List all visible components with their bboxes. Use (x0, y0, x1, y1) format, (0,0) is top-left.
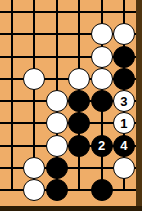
white-stone (113, 23, 135, 45)
intersection-c1-r4[interactable] (1, 68, 23, 90)
intersection-c2-r9[interactable] (23, 179, 45, 201)
intersection-c1-r2[interactable] (1, 23, 23, 45)
white-stone (23, 157, 45, 179)
intersection-c5-r6[interactable] (90, 112, 112, 134)
black-stone (113, 46, 135, 68)
board-right-border (136, 0, 142, 211)
intersection-c4-r3[interactable] (68, 45, 90, 67)
intersection-c3-r7[interactable] (46, 134, 68, 156)
intersection-c1-r5[interactable] (1, 90, 23, 112)
intersection-c3-r4[interactable] (46, 68, 68, 90)
intersection-c1-r9[interactable] (1, 179, 23, 201)
intersection-c4-r2[interactable] (68, 23, 90, 45)
intersection-c3-r6[interactable] (46, 112, 68, 134)
intersection-c3-r2[interactable] (46, 23, 68, 45)
intersection-c6-r7[interactable]: 4 (113, 134, 135, 156)
intersection-c2-r1[interactable] (23, 1, 45, 23)
board-bottom-border (0, 206, 142, 211)
intersection-c6-r9[interactable] (113, 179, 135, 201)
intersection-c4-r7[interactable] (68, 134, 90, 156)
go-board[interactable]: 3124 (0, 0, 142, 211)
intersection-c5-r9[interactable] (90, 179, 112, 201)
intersection-c3-r8[interactable] (46, 157, 68, 179)
intersection-c6-r8[interactable] (113, 157, 135, 179)
black-stone-move-2: 2 (91, 135, 113, 157)
intersection-c4-r9[interactable] (68, 179, 90, 201)
intersection-c1-r7[interactable] (1, 134, 23, 156)
black-stone (68, 135, 90, 157)
white-stone (23, 68, 45, 90)
intersection-c5-r3[interactable] (90, 45, 112, 67)
intersection-c4-r1[interactable] (68, 1, 90, 23)
black-stone (113, 68, 135, 90)
intersection-c6-r2[interactable] (113, 23, 135, 45)
intersection-c5-r2[interactable] (90, 23, 112, 45)
intersection-c5-r7[interactable]: 2 (90, 134, 112, 156)
white-stone (113, 157, 135, 179)
intersection-c6-r4[interactable] (113, 68, 135, 90)
black-stone (46, 157, 68, 179)
white-stone-move-1: 1 (113, 112, 135, 134)
move-number-label: 2 (98, 139, 105, 152)
intersection-c5-r1[interactable] (90, 1, 112, 23)
intersections-grid: 3124 (1, 1, 135, 201)
black-stone (91, 90, 113, 112)
intersection-c4-r4[interactable] (68, 68, 90, 90)
intersection-c4-r6[interactable] (68, 112, 90, 134)
move-number-label: 1 (120, 117, 127, 130)
intersection-c1-r1[interactable] (1, 1, 23, 23)
intersection-c2-r2[interactable] (23, 23, 45, 45)
intersection-c3-r9[interactable] (46, 179, 68, 201)
move-number-label: 3 (120, 95, 127, 108)
intersection-c2-r3[interactable] (23, 45, 45, 67)
intersection-c4-r8[interactable] (68, 157, 90, 179)
white-stone (46, 90, 68, 112)
intersection-c5-r4[interactable] (90, 68, 112, 90)
black-stone-move-4: 4 (113, 135, 135, 157)
black-stone (91, 179, 113, 201)
white-stone (46, 112, 68, 134)
white-stone (91, 68, 113, 90)
intersection-c6-r6[interactable]: 1 (113, 112, 135, 134)
intersection-c3-r3[interactable] (46, 45, 68, 67)
intersection-c2-r8[interactable] (23, 157, 45, 179)
black-stone (68, 90, 90, 112)
white-stone (46, 135, 68, 157)
white-stone (91, 23, 113, 45)
white-stone (68, 68, 90, 90)
intersection-c2-r6[interactable] (23, 112, 45, 134)
intersection-c3-r1[interactable] (46, 1, 68, 23)
intersection-c1-r6[interactable] (1, 112, 23, 134)
intersection-c6-r1[interactable] (113, 1, 135, 23)
intersection-c6-r5[interactable]: 3 (113, 90, 135, 112)
intersection-c5-r5[interactable] (90, 90, 112, 112)
intersection-c1-r3[interactable] (1, 45, 23, 67)
intersection-c3-r5[interactable] (46, 90, 68, 112)
intersection-c2-r5[interactable] (23, 90, 45, 112)
white-stone (23, 179, 45, 201)
intersection-c1-r8[interactable] (1, 157, 23, 179)
move-number-label: 4 (120, 139, 127, 152)
black-stone (68, 112, 90, 134)
white-stone (91, 46, 113, 68)
intersection-c2-r4[interactable] (23, 68, 45, 90)
intersection-c5-r8[interactable] (90, 157, 112, 179)
intersection-c4-r5[interactable] (68, 90, 90, 112)
intersection-c6-r3[interactable] (113, 45, 135, 67)
white-stone-move-3: 3 (113, 90, 135, 112)
intersection-c2-r7[interactable] (23, 134, 45, 156)
black-stone (46, 179, 68, 201)
